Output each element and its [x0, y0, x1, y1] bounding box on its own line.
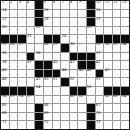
white-cell[interactable] [78, 121, 86, 129]
white-cell[interactable] [27, 113, 35, 121]
white-cell[interactable] [61, 53, 69, 61]
black-cell [87, 104, 95, 112]
white-cell[interactable] [70, 121, 78, 129]
white-cell[interactable] [10, 53, 18, 61]
white-cell[interactable] [87, 44, 95, 52]
white-cell[interactable] [10, 18, 18, 26]
white-cell[interactable] [18, 104, 26, 112]
white-cell[interactable] [10, 61, 18, 69]
white-cell[interactable]: 16 [96, 10, 104, 18]
white-cell[interactable] [35, 44, 43, 52]
black-cell [96, 35, 104, 43]
black-cell [53, 35, 61, 43]
white-cell[interactable] [104, 27, 112, 35]
white-cell[interactable] [113, 53, 121, 61]
white-cell[interactable] [53, 87, 61, 95]
white-cell[interactable]: 28 [44, 44, 52, 52]
white-cell[interactable]: 32 [104, 44, 112, 52]
white-cell[interactable] [96, 96, 104, 104]
white-cell[interactable]: 20 [1, 27, 9, 35]
white-cell[interactable] [18, 61, 26, 69]
black-cell [121, 35, 129, 43]
black-cell [61, 44, 69, 52]
clue-number: 20 [2, 25, 6, 28]
white-cell[interactable]: 22 [87, 27, 95, 35]
black-cell [10, 35, 18, 43]
white-cell[interactable] [104, 78, 112, 86]
white-cell[interactable] [87, 78, 95, 86]
clue-number: 40 [53, 60, 57, 63]
clue-number: 16 [96, 8, 100, 11]
clue-number: 41 [70, 60, 74, 63]
clue-number: 43 [2, 68, 6, 71]
white-cell[interactable]: 23 [27, 35, 35, 43]
white-cell[interactable] [18, 53, 26, 61]
white-cell[interactable]: 63 [113, 96, 121, 104]
white-cell[interactable]: 41 [70, 61, 78, 69]
white-cell[interactable] [10, 78, 18, 86]
clue-number: 67 [96, 103, 100, 106]
white-cell[interactable]: 9 [78, 1, 86, 9]
white-cell[interactable] [10, 121, 18, 129]
white-cell[interactable] [113, 78, 121, 86]
white-cell[interactable]: 26 [10, 44, 18, 52]
white-cell[interactable]: 47 [104, 70, 112, 78]
white-cell[interactable] [121, 53, 129, 61]
white-cell[interactable] [121, 27, 129, 35]
black-cell [1, 35, 9, 43]
white-cell[interactable] [53, 121, 61, 129]
clue-number: 48 [2, 77, 6, 80]
white-cell[interactable] [61, 113, 69, 121]
white-cell[interactable] [121, 70, 129, 78]
black-cell [113, 35, 121, 43]
white-cell[interactable]: 55 [87, 87, 95, 95]
black-cell [35, 61, 43, 69]
white-cell[interactable] [70, 113, 78, 121]
white-cell[interactable] [121, 121, 129, 129]
white-cell[interactable] [10, 27, 18, 35]
white-cell[interactable]: 25 [1, 44, 9, 52]
white-cell[interactable]: 8 [70, 1, 78, 9]
black-cell [44, 61, 52, 69]
white-cell[interactable]: 6 [53, 1, 61, 9]
clue-number: 52 [70, 77, 74, 80]
white-cell[interactable] [61, 18, 69, 26]
white-cell[interactable]: 1 [1, 1, 9, 9]
black-cell [70, 53, 78, 61]
clue-number: 18 [44, 17, 48, 20]
white-cell[interactable] [70, 35, 78, 43]
white-cell[interactable] [113, 113, 121, 121]
clue-number: 33 [113, 42, 117, 45]
white-cell[interactable] [113, 27, 121, 35]
black-cell [87, 53, 95, 61]
white-cell[interactable]: 56 [1, 96, 9, 104]
white-cell[interactable] [27, 27, 35, 35]
white-cell[interactable] [104, 104, 112, 112]
black-cell [44, 35, 52, 43]
clue-number: 45 [79, 68, 83, 71]
clue-number: 39 [27, 60, 31, 63]
clue-number: 7 [62, 0, 64, 3]
white-cell[interactable] [53, 96, 61, 104]
white-cell[interactable] [61, 96, 69, 104]
white-cell[interactable] [78, 44, 86, 52]
clue-number: 19 [96, 17, 100, 20]
white-cell[interactable]: 30 [70, 44, 78, 52]
white-cell[interactable] [70, 27, 78, 35]
white-cell[interactable] [104, 18, 112, 26]
black-cell [87, 61, 95, 69]
clue-number: 58 [19, 94, 23, 97]
white-cell[interactable] [27, 44, 35, 52]
white-cell[interactable]: 14 [1, 10, 9, 18]
white-cell[interactable]: 71 [1, 121, 9, 129]
white-cell[interactable] [61, 10, 69, 18]
white-cell[interactable] [96, 27, 104, 35]
black-cell [104, 35, 112, 43]
white-cell[interactable]: 60 [70, 96, 78, 104]
white-cell[interactable]: 3 [18, 1, 26, 9]
clue-number: 12 [113, 0, 117, 3]
white-cell[interactable] [61, 87, 69, 95]
white-cell[interactable]: 39 [27, 61, 35, 69]
clue-number: 54 [36, 85, 40, 88]
black-cell [35, 18, 43, 26]
clue-number: 24 [62, 34, 66, 37]
white-cell[interactable] [61, 104, 69, 112]
clue-number: 22 [87, 25, 91, 28]
white-cell[interactable] [70, 18, 78, 26]
clue-number: 64 [122, 94, 126, 97]
clue-number: 15 [44, 8, 48, 11]
white-cell[interactable] [18, 121, 26, 129]
black-cell [78, 87, 86, 95]
white-cell[interactable]: 46 [87, 70, 95, 78]
black-cell [35, 70, 43, 78]
black-cell [1, 87, 9, 95]
white-cell[interactable] [104, 121, 112, 129]
white-cell[interactable] [104, 61, 112, 69]
white-cell[interactable] [18, 10, 26, 18]
clue-number: 5 [44, 0, 46, 3]
white-cell[interactable]: 15 [44, 10, 52, 18]
white-cell[interactable] [121, 10, 129, 18]
white-cell[interactable] [70, 10, 78, 18]
clue-number: 11 [105, 0, 109, 3]
white-cell[interactable] [104, 53, 112, 61]
clue-number: 34 [122, 42, 126, 45]
white-cell[interactable]: 2 [10, 1, 18, 9]
white-cell[interactable]: 73 [96, 121, 104, 129]
white-cell[interactable]: 48 [1, 78, 9, 86]
white-cell[interactable] [121, 113, 129, 121]
white-cell[interactable]: 67 [96, 104, 104, 112]
clue-number: 55 [87, 85, 91, 88]
black-cell [35, 1, 43, 9]
clue-number: 35 [2, 51, 6, 54]
white-cell[interactable]: 7 [61, 1, 69, 9]
white-cell[interactable]: 44 [61, 70, 69, 78]
white-cell[interactable] [18, 18, 26, 26]
black-cell [27, 53, 35, 61]
black-cell [78, 61, 86, 69]
white-cell[interactable] [78, 104, 86, 112]
clue-number: 23 [27, 34, 31, 37]
white-cell[interactable] [44, 96, 52, 104]
white-cell[interactable] [78, 113, 86, 121]
clue-number: 29 [53, 42, 57, 45]
white-cell[interactable]: 66 [44, 104, 52, 112]
white-cell[interactable] [10, 113, 18, 121]
clue-number: 71 [2, 120, 6, 123]
white-cell[interactable] [27, 70, 35, 78]
clue-number: 50 [44, 77, 48, 80]
clue-number: 57 [10, 94, 14, 97]
black-cell [70, 87, 78, 95]
clue-number: 72 [44, 120, 48, 123]
clue-number: 66 [44, 103, 48, 106]
clue-number: 2 [10, 0, 12, 3]
white-cell[interactable] [53, 113, 61, 121]
white-cell[interactable] [35, 96, 43, 104]
white-cell[interactable] [18, 27, 26, 35]
white-cell[interactable] [78, 10, 86, 18]
white-cell[interactable]: 38 [1, 61, 9, 69]
clue-number: 61 [79, 94, 83, 97]
clue-number: 6 [53, 0, 55, 3]
white-cell[interactable]: 62 [104, 96, 112, 104]
clue-number: 47 [105, 68, 109, 71]
white-cell[interactable]: 21 [35, 27, 43, 35]
white-cell[interactable] [44, 53, 52, 61]
white-cell[interactable]: 29 [53, 44, 61, 52]
white-cell[interactable] [61, 61, 69, 69]
white-cell[interactable]: 70 [96, 113, 104, 121]
white-cell[interactable]: 54 [35, 87, 43, 95]
black-cell [87, 121, 95, 129]
white-cell[interactable] [113, 10, 121, 18]
white-cell[interactable] [113, 18, 121, 26]
clue-number: 27 [19, 42, 23, 45]
white-cell[interactable] [53, 53, 61, 61]
white-cell[interactable] [53, 104, 61, 112]
white-cell[interactable]: 68 [1, 113, 9, 121]
white-cell[interactable] [87, 96, 95, 104]
white-cell[interactable] [70, 104, 78, 112]
white-cell[interactable] [87, 35, 95, 43]
white-cell[interactable]: 64 [121, 96, 129, 104]
white-cell[interactable]: 58 [18, 96, 26, 104]
black-cell [18, 35, 26, 43]
clue-number: 60 [70, 94, 74, 97]
black-cell [87, 113, 95, 121]
white-cell[interactable] [27, 78, 35, 86]
white-cell[interactable]: 31 [96, 44, 104, 52]
black-cell [61, 78, 69, 86]
black-cell [96, 70, 104, 78]
white-cell[interactable] [78, 27, 86, 35]
clue-number: 13 [122, 0, 126, 3]
clue-number: 8 [70, 0, 72, 3]
clue-number: 56 [2, 94, 6, 97]
white-cell[interactable]: 24 [61, 35, 69, 43]
clue-number: 44 [62, 68, 66, 71]
white-cell[interactable] [78, 78, 86, 86]
clue-number: 46 [87, 68, 91, 71]
clue-number: 9 [79, 0, 81, 3]
white-cell[interactable]: 11 [104, 1, 112, 9]
black-cell [87, 10, 95, 18]
clue-number: 3 [19, 0, 21, 3]
white-cell[interactable]: 12 [113, 1, 121, 9]
white-cell[interactable] [18, 78, 26, 86]
white-cell[interactable]: 36 [35, 53, 43, 61]
white-cell[interactable] [44, 27, 52, 35]
white-cell[interactable] [10, 70, 18, 78]
black-cell [27, 87, 35, 95]
white-cell[interactable]: 18 [44, 18, 52, 26]
black-cell [35, 10, 43, 18]
white-cell[interactable]: 72 [44, 121, 52, 129]
clue-number: 53 [96, 77, 100, 80]
black-cell [35, 121, 43, 129]
white-cell[interactable]: 5 [44, 1, 52, 9]
black-cell [35, 104, 43, 112]
crossword-grid: 1234567891011121314151617181920212223242… [0, 0, 130, 130]
clue-number: 28 [44, 42, 48, 45]
white-cell[interactable] [18, 70, 26, 78]
white-cell[interactable] [121, 18, 129, 26]
black-cell [18, 87, 26, 95]
white-cell[interactable]: 19 [96, 18, 104, 26]
white-cell[interactable]: 51 [53, 78, 61, 86]
white-cell[interactable] [104, 10, 112, 18]
clue-number: 14 [2, 8, 6, 11]
clue-number: 4 [27, 0, 29, 3]
white-cell[interactable]: 57 [10, 96, 18, 104]
clue-number: 69 [44, 111, 48, 114]
white-cell[interactable]: 37 [96, 53, 104, 61]
black-cell [10, 87, 18, 95]
white-cell[interactable] [10, 10, 18, 18]
clue-number: 63 [113, 94, 117, 97]
clue-number: 26 [10, 42, 14, 45]
black-cell [53, 70, 61, 78]
clue-number: 51 [53, 77, 57, 80]
clue-number: 62 [105, 94, 109, 97]
white-cell[interactable]: 43 [1, 70, 9, 78]
clue-number: 49 [36, 77, 40, 80]
white-cell[interactable] [27, 104, 35, 112]
white-cell[interactable]: 61 [78, 96, 86, 104]
clue-number: 38 [2, 60, 6, 63]
white-cell[interactable]: 45 [78, 70, 86, 78]
black-cell [44, 70, 52, 78]
white-cell[interactable] [27, 121, 35, 129]
black-cell [87, 1, 95, 9]
white-cell[interactable] [113, 61, 121, 69]
clue-number: 32 [105, 42, 109, 45]
black-cell [78, 53, 86, 61]
clue-number: 70 [96, 111, 100, 114]
white-cell[interactable] [113, 70, 121, 78]
clue-number: 1 [2, 0, 4, 3]
white-cell[interactable]: 50 [44, 78, 52, 86]
black-cell [87, 18, 95, 26]
white-cell[interactable]: 49 [35, 78, 43, 86]
white-cell[interactable]: 27 [18, 44, 26, 52]
white-cell[interactable] [44, 87, 52, 95]
white-cell[interactable]: 59 [27, 96, 35, 104]
clue-number: 73 [96, 120, 100, 123]
clue-number: 25 [2, 42, 6, 45]
white-cell[interactable] [18, 113, 26, 121]
white-cell[interactable]: 17 [1, 18, 9, 26]
clue-number: 65 [2, 103, 6, 106]
white-cell[interactable] [27, 18, 35, 26]
white-cell[interactable]: 65 [1, 104, 9, 112]
white-cell[interactable] [53, 10, 61, 18]
white-cell[interactable] [53, 27, 61, 35]
white-cell[interactable]: 34 [121, 44, 129, 52]
white-cell[interactable] [96, 87, 104, 95]
white-cell[interactable] [27, 10, 35, 18]
white-cell[interactable] [35, 35, 43, 43]
white-cell[interactable]: 53 [96, 78, 104, 86]
clue-number: 59 [27, 94, 31, 97]
white-cell[interactable] [121, 104, 129, 112]
black-cell [104, 87, 112, 95]
clue-number: 21 [36, 25, 40, 28]
white-cell[interactable]: 13 [121, 1, 129, 9]
clue-number: 17 [2, 17, 6, 20]
white-cell[interactable] [70, 70, 78, 78]
white-cell[interactable]: 10 [96, 1, 104, 9]
white-cell[interactable] [53, 18, 61, 26]
white-cell[interactable] [10, 104, 18, 112]
white-cell[interactable]: 42 [96, 61, 104, 69]
white-cell[interactable] [113, 121, 121, 129]
clue-number: 30 [70, 42, 74, 45]
white-cell[interactable]: 33 [113, 44, 121, 52]
white-cell[interactable] [113, 104, 121, 112]
black-cell [35, 113, 43, 121]
white-cell[interactable] [78, 35, 86, 43]
clue-number: 36 [36, 51, 40, 54]
white-cell[interactable]: 35 [1, 53, 9, 61]
clue-number: 10 [96, 0, 100, 3]
white-cell[interactable]: 4 [27, 1, 35, 9]
white-cell[interactable] [61, 27, 69, 35]
white-cell[interactable]: 52 [70, 78, 78, 86]
white-cell[interactable] [104, 113, 112, 121]
white-cell[interactable]: 40 [53, 61, 61, 69]
black-cell [113, 87, 121, 95]
black-cell [121, 87, 129, 95]
clue-number: 68 [2, 111, 6, 114]
clue-number: 31 [96, 42, 100, 45]
white-cell[interactable] [121, 78, 129, 86]
white-cell[interactable] [121, 61, 129, 69]
white-cell[interactable]: 69 [44, 113, 52, 121]
white-cell[interactable] [61, 121, 69, 129]
clue-number: 42 [96, 60, 100, 63]
clue-number: 37 [96, 51, 100, 54]
white-cell[interactable] [78, 18, 86, 26]
